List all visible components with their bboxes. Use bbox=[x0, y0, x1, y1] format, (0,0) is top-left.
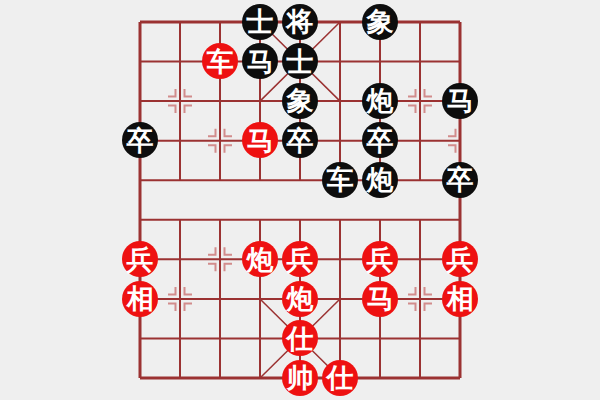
board-point: 马 bbox=[440, 81, 480, 121]
board-point: 炮 bbox=[240, 239, 280, 279]
board-point: 兵 bbox=[360, 239, 400, 279]
piece-black-horse[interactable]: 马 bbox=[242, 43, 278, 79]
board-point: 士 bbox=[240, 2, 280, 42]
piece-red-advisor[interactable]: 仕 bbox=[282, 320, 318, 356]
piece-black-cannon[interactable]: 炮 bbox=[362, 162, 398, 198]
piece-red-elephant[interactable]: 相 bbox=[122, 281, 158, 317]
piece-black-cannon[interactable]: 炮 bbox=[362, 83, 398, 119]
piece-red-soldier[interactable]: 兵 bbox=[362, 241, 398, 277]
board-point: 马 bbox=[360, 279, 400, 319]
piece-red-soldier[interactable]: 兵 bbox=[282, 241, 318, 277]
board-point: 仕 bbox=[280, 318, 320, 358]
piece-black-soldier[interactable]: 卒 bbox=[122, 122, 158, 158]
board-point: 卒 bbox=[120, 121, 160, 161]
board-point: 将 bbox=[280, 2, 320, 42]
board-point: 仕 bbox=[320, 358, 360, 398]
piece-black-elephant[interactable]: 象 bbox=[282, 83, 318, 119]
piece-black-soldier[interactable]: 卒 bbox=[362, 122, 398, 158]
xiangqi-app: 士将象车马士象炮马卒马卒卒车炮卒兵炮兵兵兵相炮马相仕帅仕 bbox=[0, 0, 600, 400]
board-point: 兵 bbox=[280, 239, 320, 279]
piece-red-advisor[interactable]: 仕 bbox=[322, 360, 358, 396]
piece-black-general[interactable]: 将 bbox=[282, 4, 318, 40]
piece-red-cannon[interactable]: 炮 bbox=[242, 241, 278, 277]
piece-black-soldier[interactable]: 卒 bbox=[282, 122, 318, 158]
piece-red-soldier[interactable]: 兵 bbox=[442, 241, 478, 277]
board-point: 兵 bbox=[120, 239, 160, 279]
board-point: 帅 bbox=[280, 358, 320, 398]
board-point: 马 bbox=[240, 42, 280, 82]
piece-red-cannon[interactable]: 炮 bbox=[282, 281, 318, 317]
piece-red-soldier[interactable]: 兵 bbox=[122, 241, 158, 277]
board-point: 象 bbox=[280, 81, 320, 121]
piece-black-horse[interactable]: 马 bbox=[442, 83, 478, 119]
board-point: 卒 bbox=[280, 121, 320, 161]
piece-black-advisor[interactable]: 士 bbox=[242, 4, 278, 40]
board-point: 马 bbox=[240, 121, 280, 161]
board-point: 卒 bbox=[360, 121, 400, 161]
board-point: 炮 bbox=[280, 279, 320, 319]
piece-red-horse[interactable]: 马 bbox=[242, 122, 278, 158]
board-point: 相 bbox=[440, 279, 480, 319]
board-point: 车 bbox=[320, 160, 360, 200]
board-point: 士 bbox=[280, 42, 320, 82]
piece-black-elephant[interactable]: 象 bbox=[362, 4, 398, 40]
piece-black-soldier[interactable]: 卒 bbox=[442, 162, 478, 198]
piece-red-chariot[interactable]: 车 bbox=[202, 43, 238, 79]
board-point: 象 bbox=[360, 2, 400, 42]
board-point: 兵 bbox=[440, 239, 480, 279]
board-point: 卒 bbox=[440, 160, 480, 200]
board-point: 炮 bbox=[360, 81, 400, 121]
piece-red-horse[interactable]: 马 bbox=[362, 281, 398, 317]
piece-black-advisor[interactable]: 士 bbox=[282, 43, 318, 79]
piece-red-general[interactable]: 帅 bbox=[282, 360, 318, 396]
piece-red-elephant[interactable]: 相 bbox=[442, 281, 478, 317]
xiangqi-board[interactable]: 士将象车马士象炮马卒马卒卒车炮卒兵炮兵兵兵相炮马相仕帅仕 bbox=[120, 2, 480, 398]
board-point: 炮 bbox=[360, 160, 400, 200]
board-point: 相 bbox=[120, 279, 160, 319]
board-point: 车 bbox=[200, 42, 240, 82]
piece-black-chariot[interactable]: 车 bbox=[322, 162, 358, 198]
